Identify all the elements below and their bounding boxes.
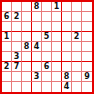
- cell-r1c7-empty[interactable]: [62, 2, 72, 12]
- cell-r5c9-empty[interactable]: [82, 42, 92, 52]
- cell-r7c5-given-6[interactable]: 6: [42, 62, 52, 72]
- cell-r9c7-given-4[interactable]: 4: [62, 82, 72, 92]
- cell-r7c9-empty[interactable]: [82, 62, 92, 72]
- cell-r2c5-empty[interactable]: [42, 12, 52, 22]
- cell-r1c8-empty[interactable]: [72, 2, 82, 12]
- cell-r5c7-empty[interactable]: [62, 42, 72, 52]
- cell-r1c4-given-8[interactable]: 8: [32, 2, 42, 12]
- cell-r7c8-empty[interactable]: [72, 62, 82, 72]
- cell-r8c4-given-3[interactable]: 3: [32, 72, 42, 82]
- cell-r5c2-empty[interactable]: [12, 42, 22, 52]
- cell-r1c5-empty[interactable]: [42, 2, 52, 12]
- cell-r4c2-empty[interactable]: [12, 32, 22, 42]
- cell-r7c1-given-2[interactable]: 2: [2, 62, 12, 72]
- cell-r4c8-given-2[interactable]: 2: [72, 32, 82, 42]
- cell-r7c4-empty[interactable]: [32, 62, 42, 72]
- cell-r5c8-empty[interactable]: [72, 42, 82, 52]
- cell-r2c2-given-2[interactable]: 2: [12, 12, 22, 22]
- cell-r8c7-given-8[interactable]: 8: [62, 72, 72, 82]
- cell-r4c9-empty[interactable]: [82, 32, 92, 42]
- cell-r4c5-given-5[interactable]: 5: [42, 32, 52, 42]
- cell-r4c4-empty[interactable]: [32, 32, 42, 42]
- cell-r7c2-given-7[interactable]: 7: [12, 62, 22, 72]
- sudoku-board-wrap: 81621528432763894: [0, 0, 101, 101]
- cell-r2c8-empty[interactable]: [72, 12, 82, 22]
- cell-r8c2-empty[interactable]: [12, 72, 22, 82]
- cell-r2c9-empty[interactable]: [82, 12, 92, 22]
- cell-r9c5-empty[interactable]: [42, 82, 52, 92]
- cell-r7c7-empty[interactable]: [62, 62, 72, 72]
- cell-r9c4-empty[interactable]: [32, 82, 42, 92]
- cell-r8c9-given-9[interactable]: 9: [82, 72, 92, 82]
- cell-r2c4-empty[interactable]: [32, 12, 42, 22]
- cell-r9c9-empty[interactable]: [82, 82, 92, 92]
- cell-r4c1-given-1[interactable]: 1: [2, 32, 12, 42]
- cell-r8c1-empty[interactable]: [2, 72, 12, 82]
- cell-r2c7-empty[interactable]: [62, 12, 72, 22]
- cell-r5c1-empty[interactable]: [2, 42, 12, 52]
- cell-r1c1-empty[interactable]: [2, 2, 12, 12]
- cell-r9c2-empty[interactable]: [12, 82, 22, 92]
- cell-r1c2-empty[interactable]: [12, 2, 22, 12]
- cell-r5c5-empty[interactable]: [42, 42, 52, 52]
- sudoku-grid: 81621528432763894: [0, 0, 94, 94]
- cell-r9c8-empty[interactable]: [72, 82, 82, 92]
- cell-r4c7-empty[interactable]: [62, 32, 72, 42]
- cell-r9c1-empty[interactable]: [2, 82, 12, 92]
- cell-r1c9-empty[interactable]: [82, 2, 92, 12]
- cell-r2c1-given-6[interactable]: 6: [2, 12, 12, 22]
- cell-r8c8-empty[interactable]: [72, 72, 82, 82]
- cell-r8c5-empty[interactable]: [42, 72, 52, 82]
- cell-r5c4-given-4[interactable]: 4: [32, 42, 42, 52]
